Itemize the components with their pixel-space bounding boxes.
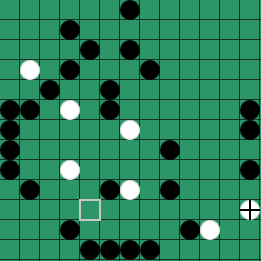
cell-c10-r12[interactable] xyxy=(200,240,220,260)
cell-c2-r6[interactable] xyxy=(40,120,60,140)
cell-c10-r11[interactable] xyxy=(200,220,220,240)
cell-c8-r0[interactable] xyxy=(160,0,180,20)
cell-c6-r4[interactable] xyxy=(120,80,140,100)
cell-c8-r12[interactable] xyxy=(160,240,180,260)
cell-c2-r5[interactable] xyxy=(40,100,60,120)
cell-c4-r1[interactable] xyxy=(80,20,100,40)
cell-c11-r1[interactable] xyxy=(220,20,240,40)
black-stone xyxy=(0,100,20,120)
cell-c1-r9[interactable] xyxy=(20,180,40,200)
cell-c11-r5[interactable] xyxy=(220,100,240,120)
cell-c8-r11[interactable] xyxy=(160,220,180,240)
black-stone xyxy=(140,60,160,80)
black-stone xyxy=(80,40,100,60)
cell-c3-r10[interactable] xyxy=(60,200,80,220)
cell-c9-r8[interactable] xyxy=(180,160,200,180)
cell-c8-r6[interactable] xyxy=(160,120,180,140)
black-stone xyxy=(160,180,180,200)
cell-c1-r0[interactable] xyxy=(20,0,40,20)
cell-c4-r7[interactable] xyxy=(80,140,100,160)
cell-c1-r4[interactable] xyxy=(20,80,40,100)
cell-c8-r4[interactable] xyxy=(160,80,180,100)
cell-c10-r9[interactable] xyxy=(200,180,220,200)
last-move-cross-icon xyxy=(249,200,251,220)
board xyxy=(0,0,261,261)
cell-c0-r8[interactable] xyxy=(0,160,20,180)
cell-c4-r5[interactable] xyxy=(80,100,100,120)
cell-c4-r4[interactable] xyxy=(80,80,100,100)
cell-c3-r2[interactable] xyxy=(60,40,80,60)
cell-c0-r4[interactable] xyxy=(0,80,20,100)
cell-c6-r1[interactable] xyxy=(120,20,140,40)
cell-c9-r0[interactable] xyxy=(180,0,200,20)
black-stone xyxy=(240,120,260,140)
cell-c2-r7[interactable] xyxy=(40,140,60,160)
cell-c0-r6[interactable] xyxy=(0,120,20,140)
cell-c0-r2[interactable] xyxy=(0,40,20,60)
cell-c2-r10[interactable] xyxy=(40,200,60,220)
white-stone xyxy=(200,220,220,240)
white-stone xyxy=(20,60,40,80)
cell-c7-r4[interactable] xyxy=(140,80,160,100)
black-stone xyxy=(100,100,120,120)
cell-c7-r9[interactable] xyxy=(140,180,160,200)
cell-c7-r6[interactable] xyxy=(140,120,160,140)
cell-c9-r5[interactable] xyxy=(180,100,200,120)
cell-c9-r6[interactable] xyxy=(180,120,200,140)
cell-c4-r10[interactable] xyxy=(80,200,100,220)
cell-c10-r10[interactable] xyxy=(200,200,220,220)
black-stone xyxy=(240,100,260,120)
cell-c0-r10[interactable] xyxy=(0,200,20,220)
cell-c10-r7[interactable] xyxy=(200,140,220,160)
cell-c11-r6[interactable] xyxy=(220,120,240,140)
cell-c10-r4[interactable] xyxy=(200,80,220,100)
cell-c7-r3[interactable] xyxy=(140,60,160,80)
white-stone xyxy=(120,120,140,140)
cell-c12-r3[interactable] xyxy=(240,60,260,80)
cell-c7-r1[interactable] xyxy=(140,20,160,40)
cell-c4-r12[interactable] xyxy=(80,240,100,260)
cell-c3-r0[interactable] xyxy=(60,0,80,20)
cell-c12-r0[interactable] xyxy=(240,0,260,20)
game-window xyxy=(0,0,261,261)
cell-c5-r6[interactable] xyxy=(100,120,120,140)
cell-c11-r2[interactable] xyxy=(220,40,240,60)
cell-c8-r10[interactable] xyxy=(160,200,180,220)
cell-c0-r9[interactable] xyxy=(0,180,20,200)
cell-c1-r3[interactable] xyxy=(20,60,40,80)
cell-c6-r5[interactable] xyxy=(120,100,140,120)
cell-c7-r11[interactable] xyxy=(140,220,160,240)
cell-c10-r2[interactable] xyxy=(200,40,220,60)
cell-c11-r8[interactable] xyxy=(220,160,240,180)
cell-c2-r11[interactable] xyxy=(40,220,60,240)
cell-c1-r1[interactable] xyxy=(20,20,40,40)
cell-c5-r7[interactable] xyxy=(100,140,120,160)
cell-c12-r4[interactable] xyxy=(240,80,260,100)
cell-c6-r12[interactable] xyxy=(120,240,140,260)
white-stone xyxy=(120,180,140,200)
cell-c8-r5[interactable] xyxy=(160,100,180,120)
cell-c11-r4[interactable] xyxy=(220,80,240,100)
cell-c6-r9[interactable] xyxy=(120,180,140,200)
cell-c10-r1[interactable] xyxy=(200,20,220,40)
cell-c0-r0[interactable] xyxy=(0,0,20,20)
cell-c0-r5[interactable] xyxy=(0,100,20,120)
cell-c8-r3[interactable] xyxy=(160,60,180,80)
cell-c2-r1[interactable] xyxy=(40,20,60,40)
black-stone xyxy=(140,240,160,260)
cell-c8-r1[interactable] xyxy=(160,20,180,40)
white-stone xyxy=(60,100,80,120)
black-stone xyxy=(20,180,40,200)
cell-c7-r5[interactable] xyxy=(140,100,160,120)
cell-c1-r6[interactable] xyxy=(20,120,40,140)
cell-c7-r8[interactable] xyxy=(140,160,160,180)
cell-c12-r7[interactable] xyxy=(240,140,260,160)
cell-c6-r11[interactable] xyxy=(120,220,140,240)
black-stone xyxy=(100,80,120,100)
cell-c0-r7[interactable] xyxy=(0,140,20,160)
cell-c1-r11[interactable] xyxy=(20,220,40,240)
black-stone xyxy=(100,240,120,260)
cell-c10-r5[interactable] xyxy=(200,100,220,120)
cell-c11-r10[interactable] xyxy=(220,200,240,220)
black-stone xyxy=(160,140,180,160)
cell-c3-r11[interactable] xyxy=(60,220,80,240)
cell-c9-r12[interactable] xyxy=(180,240,200,260)
black-stone xyxy=(180,220,200,240)
cell-c9-r3[interactable] xyxy=(180,60,200,80)
cell-c9-r9[interactable] xyxy=(180,180,200,200)
cell-c5-r12[interactable] xyxy=(100,240,120,260)
cell-c5-r5[interactable] xyxy=(100,100,120,120)
cell-c11-r11[interactable] xyxy=(220,220,240,240)
cell-c2-r2[interactable] xyxy=(40,40,60,60)
cell-c6-r6[interactable] xyxy=(120,120,140,140)
cell-c10-r6[interactable] xyxy=(200,120,220,140)
cell-c2-r4[interactable] xyxy=(40,80,60,100)
cell-c0-r11[interactable] xyxy=(0,220,20,240)
cell-c5-r4[interactable] xyxy=(100,80,120,100)
cell-c5-r11[interactable] xyxy=(100,220,120,240)
cell-c2-r0[interactable] xyxy=(40,0,60,20)
cell-c10-r3[interactable] xyxy=(200,60,220,80)
cell-c2-r3[interactable] xyxy=(40,60,60,80)
black-stone xyxy=(60,20,80,40)
black-stone xyxy=(20,100,40,120)
cell-c11-r3[interactable] xyxy=(220,60,240,80)
cell-c9-r10[interactable] xyxy=(180,200,200,220)
cell-c3-r5[interactable] xyxy=(60,100,80,120)
black-stone xyxy=(120,40,140,60)
cell-c4-r8[interactable] xyxy=(80,160,100,180)
cell-c4-r6[interactable] xyxy=(80,120,100,140)
black-stone xyxy=(120,0,140,20)
cell-c7-r10[interactable] xyxy=(140,200,160,220)
cell-c12-r1[interactable] xyxy=(240,20,260,40)
cell-c6-r10[interactable] xyxy=(120,200,140,220)
cell-c9-r11[interactable] xyxy=(180,220,200,240)
cell-c1-r10[interactable] xyxy=(20,200,40,220)
cell-c12-r6[interactable] xyxy=(240,120,260,140)
cell-c10-r8[interactable] xyxy=(200,160,220,180)
black-stone xyxy=(40,80,60,100)
cell-c2-r8[interactable] xyxy=(40,160,60,180)
cell-c12-r9[interactable] xyxy=(240,180,260,200)
cell-c5-r0[interactable] xyxy=(100,0,120,20)
cell-c2-r9[interactable] xyxy=(40,180,60,200)
cell-c8-r9[interactable] xyxy=(160,180,180,200)
cell-c12-r8[interactable] xyxy=(240,160,260,180)
cell-c5-r2[interactable] xyxy=(100,40,120,60)
black-stone xyxy=(0,120,20,140)
cell-c9-r4[interactable] xyxy=(180,80,200,100)
cell-c6-r2[interactable] xyxy=(120,40,140,60)
cell-c3-r12[interactable] xyxy=(60,240,80,260)
cell-c3-r9[interactable] xyxy=(60,180,80,200)
cell-c3-r8[interactable] xyxy=(60,160,80,180)
black-stone xyxy=(100,180,120,200)
cell-c1-r2[interactable] xyxy=(20,40,40,60)
cell-c7-r0[interactable] xyxy=(140,0,160,20)
black-stone xyxy=(0,160,20,180)
cell-c8-r2[interactable] xyxy=(160,40,180,60)
cell-c4-r11[interactable] xyxy=(80,220,100,240)
cell-c7-r12[interactable] xyxy=(140,240,160,260)
cell-c9-r2[interactable] xyxy=(180,40,200,60)
cell-c5-r9[interactable] xyxy=(100,180,120,200)
cell-c0-r3[interactable] xyxy=(0,60,20,80)
cell-c1-r7[interactable] xyxy=(20,140,40,160)
cell-c8-r7[interactable] xyxy=(160,140,180,160)
cell-c4-r9[interactable] xyxy=(80,180,100,200)
cell-c7-r7[interactable] xyxy=(140,140,160,160)
cell-c8-r8[interactable] xyxy=(160,160,180,180)
cell-c12-r10[interactable] xyxy=(240,200,260,220)
cell-c3-r6[interactable] xyxy=(60,120,80,140)
cell-c3-r3[interactable] xyxy=(60,60,80,80)
cell-c2-r12[interactable] xyxy=(40,240,60,260)
cell-c7-r2[interactable] xyxy=(140,40,160,60)
cell-c5-r8[interactable] xyxy=(100,160,120,180)
cell-c5-r3[interactable] xyxy=(100,60,120,80)
cell-c12-r5[interactable] xyxy=(240,100,260,120)
black-stone xyxy=(60,60,80,80)
cell-c12-r12[interactable] xyxy=(240,240,260,260)
cell-c5-r1[interactable] xyxy=(100,20,120,40)
cursor-marker xyxy=(79,199,101,221)
cell-c11-r12[interactable] xyxy=(220,240,240,260)
black-stone xyxy=(80,240,100,260)
cell-c3-r1[interactable] xyxy=(60,20,80,40)
cell-c1-r5[interactable] xyxy=(20,100,40,120)
black-stone xyxy=(0,140,20,160)
cell-c6-r0[interactable] xyxy=(120,0,140,20)
cell-c3-r7[interactable] xyxy=(60,140,80,160)
cell-c4-r3[interactable] xyxy=(80,60,100,80)
cell-c12-r11[interactable] xyxy=(240,220,260,240)
black-stone xyxy=(60,220,80,240)
cell-c1-r8[interactable] xyxy=(20,160,40,180)
cell-c6-r7[interactable] xyxy=(120,140,140,160)
cell-c6-r3[interactable] xyxy=(120,60,140,80)
cell-c11-r0[interactable] xyxy=(220,0,240,20)
cell-c3-r4[interactable] xyxy=(60,80,80,100)
cell-c12-r2[interactable] xyxy=(240,40,260,60)
cell-c6-r8[interactable] xyxy=(120,160,140,180)
cell-c10-r0[interactable] xyxy=(200,0,220,20)
cell-c0-r1[interactable] xyxy=(0,20,20,40)
cell-c0-r12[interactable] xyxy=(0,240,20,260)
black-stone xyxy=(120,240,140,260)
cell-c11-r9[interactable] xyxy=(220,180,240,200)
cell-c4-r0[interactable] xyxy=(80,0,100,20)
cell-c5-r10[interactable] xyxy=(100,200,120,220)
cell-c9-r7[interactable] xyxy=(180,140,200,160)
white-stone xyxy=(60,160,80,180)
cell-c11-r7[interactable] xyxy=(220,140,240,160)
cell-c1-r12[interactable] xyxy=(20,240,40,260)
cell-c9-r1[interactable] xyxy=(180,20,200,40)
black-stone xyxy=(240,160,260,180)
cell-c4-r2[interactable] xyxy=(80,40,100,60)
